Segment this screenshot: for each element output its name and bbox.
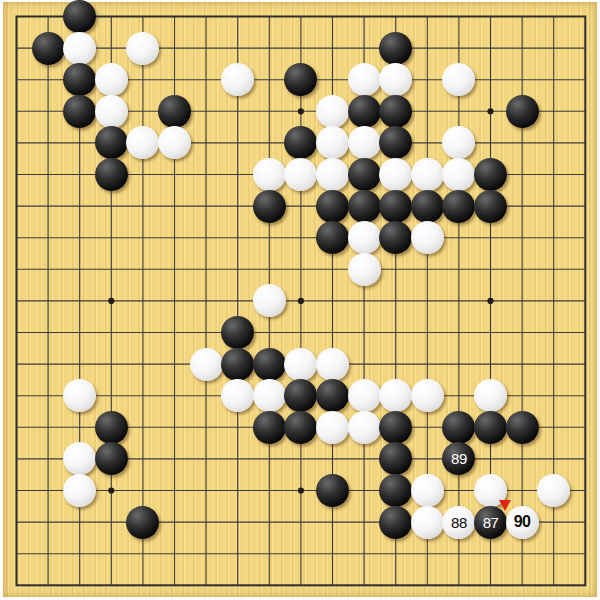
black-stone	[379, 411, 412, 444]
black-stone	[221, 316, 254, 349]
black-stone	[442, 411, 475, 444]
black-stone	[316, 379, 349, 412]
white-stone	[411, 474, 444, 507]
white-stone	[221, 63, 254, 96]
black-stone	[284, 126, 317, 159]
white-stone	[348, 221, 381, 254]
white-stone	[348, 126, 381, 159]
white-stone	[253, 284, 286, 317]
white-stone	[95, 95, 128, 128]
white-stone	[221, 379, 254, 412]
white-stone	[316, 126, 349, 159]
white-stone	[348, 411, 381, 444]
black-stone	[63, 0, 96, 33]
white-stone	[379, 379, 412, 412]
white-stone	[284, 348, 317, 381]
black-stone	[348, 95, 381, 128]
black-stone	[379, 32, 412, 65]
black-stone	[284, 63, 317, 96]
black-stone	[379, 442, 412, 475]
white-stone	[379, 158, 412, 191]
last-move-red-triangle-marker	[499, 500, 511, 511]
black-stone	[506, 95, 539, 128]
black-stone	[379, 190, 412, 223]
white-stone	[158, 126, 191, 159]
white-stone	[442, 63, 475, 96]
go-board[interactable]: 89888790	[0, 0, 600, 600]
white-stone	[411, 158, 444, 191]
white-stone	[316, 158, 349, 191]
white-stone-move-88: 88	[442, 506, 475, 539]
go-app-window: 89888790	[0, 0, 600, 600]
black-stone	[221, 348, 254, 381]
black-stone	[474, 158, 507, 191]
white-stone	[63, 379, 96, 412]
black-stone	[95, 158, 128, 191]
black-stone	[63, 95, 96, 128]
black-stone	[442, 190, 475, 223]
white-stone	[63, 442, 96, 475]
black-stone	[95, 126, 128, 159]
black-stone	[379, 506, 412, 539]
white-stone	[379, 63, 412, 96]
white-stone	[126, 32, 159, 65]
black-stone	[63, 63, 96, 96]
white-stone	[442, 126, 475, 159]
black-stone	[95, 411, 128, 444]
white-stone	[348, 63, 381, 96]
black-stone	[253, 348, 286, 381]
white-stone	[190, 348, 223, 381]
black-stone	[253, 190, 286, 223]
black-stone	[158, 95, 191, 128]
white-stone	[316, 95, 349, 128]
black-stone	[474, 190, 507, 223]
white-stone	[411, 379, 444, 412]
white-stone	[63, 474, 96, 507]
white-stone	[95, 63, 128, 96]
white-stone	[253, 158, 286, 191]
black-stone	[348, 190, 381, 223]
black-stone	[348, 158, 381, 191]
white-stone	[348, 379, 381, 412]
white-stone	[348, 253, 381, 286]
black-stone	[506, 411, 539, 444]
black-stone	[474, 411, 507, 444]
white-stone	[126, 126, 159, 159]
black-stone	[32, 32, 65, 65]
black-stone	[316, 474, 349, 507]
black-stone	[379, 474, 412, 507]
white-stone	[63, 32, 96, 65]
white-stone	[411, 506, 444, 539]
white-stone	[474, 379, 507, 412]
black-stone	[316, 221, 349, 254]
black-stone	[95, 442, 128, 475]
white-stone	[442, 158, 475, 191]
white-stone	[316, 348, 349, 381]
white-stone	[316, 411, 349, 444]
white-stone	[253, 379, 286, 412]
black-stone	[284, 379, 317, 412]
black-stone	[126, 506, 159, 539]
black-stone	[316, 190, 349, 223]
white-stone	[411, 221, 444, 254]
black-stone	[411, 190, 444, 223]
black-stone	[379, 126, 412, 159]
black-stone	[379, 221, 412, 254]
black-stone	[379, 95, 412, 128]
black-stone	[284, 411, 317, 444]
black-stone	[253, 411, 286, 444]
black-stone-move-89: 89	[442, 442, 475, 475]
white-stone	[537, 474, 570, 507]
white-stone	[284, 158, 317, 191]
